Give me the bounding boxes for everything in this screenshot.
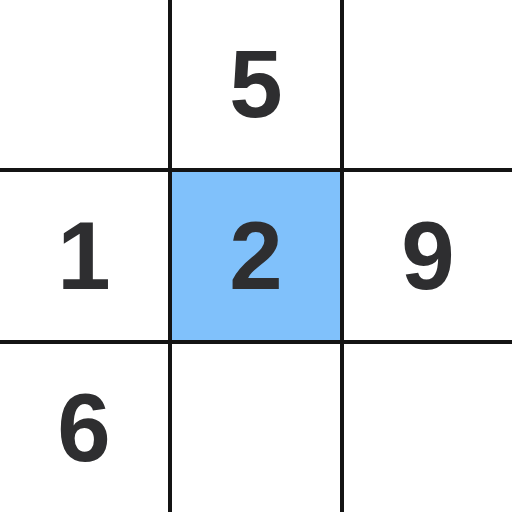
cell-r2c2-selected[interactable]: 2 [172,172,340,340]
cell-value: 2 [229,208,282,304]
cell-value: 6 [57,380,110,476]
sudoku-board: 5 1 2 9 6 [0,0,512,512]
cell-r1c1[interactable] [0,0,168,168]
cell-r1c2[interactable]: 5 [172,0,340,168]
cell-r2c1[interactable]: 1 [0,172,168,340]
cell-value: 9 [401,208,454,304]
cell-r3c3[interactable] [344,344,512,512]
cell-r3c2[interactable] [172,344,340,512]
cell-r1c3[interactable] [344,0,512,168]
cell-r3c1[interactable]: 6 [0,344,168,512]
cell-r2c3[interactable]: 9 [344,172,512,340]
cell-value: 1 [57,208,110,304]
cell-value: 5 [229,36,282,132]
